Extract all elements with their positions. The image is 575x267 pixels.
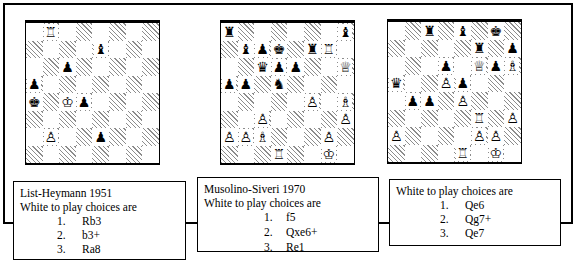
piece-white-pawn: ♙ xyxy=(389,128,403,144)
square-f6 xyxy=(304,58,321,76)
square-f2: ♙ xyxy=(471,127,488,145)
square-c6 xyxy=(421,57,438,75)
piece-black-pawn: ♟ xyxy=(60,59,74,75)
choice-item-1: 1.Rb3 xyxy=(20,214,179,228)
square-h4 xyxy=(142,93,159,111)
square-h2 xyxy=(504,127,521,145)
square-h1 xyxy=(504,145,521,163)
choice-item-2: 2.Qxe6+ xyxy=(204,225,372,240)
square-b6 xyxy=(238,58,255,76)
piece-black-pawn: ♟ xyxy=(439,58,453,74)
piece-black-pawn: ♟ xyxy=(255,41,269,57)
square-f1 xyxy=(304,146,321,164)
square-e8: ♝ xyxy=(454,22,471,40)
square-g1 xyxy=(126,146,143,164)
square-c2 xyxy=(59,128,76,146)
square-f4 xyxy=(109,93,126,111)
square-a3 xyxy=(26,111,43,129)
square-a3 xyxy=(221,111,238,129)
square-c1 xyxy=(59,146,76,164)
choice-move: Qxe6+ xyxy=(286,225,317,240)
square-b5 xyxy=(405,75,422,93)
piece-white-rook: ♖ xyxy=(44,24,58,40)
piece-black-pawn: ♟ xyxy=(505,40,519,56)
square-g3 xyxy=(488,110,505,128)
square-b7: ♝ xyxy=(238,41,255,59)
square-b4 xyxy=(238,93,255,111)
piece-white-rook: ♖ xyxy=(322,41,336,57)
piece-white-rook: ♖ xyxy=(456,145,470,161)
piece-black-pawn: ♟ xyxy=(272,59,286,75)
square-e3 xyxy=(454,110,471,128)
square-c7: ♟ xyxy=(254,41,271,59)
square-b2 xyxy=(405,127,422,145)
square-f8 xyxy=(471,22,488,40)
square-b1 xyxy=(238,146,255,164)
square-d7 xyxy=(76,41,93,59)
square-c6: ♟ xyxy=(59,58,76,76)
square-f3: ♖ xyxy=(471,110,488,128)
square-b5: ♟ xyxy=(238,76,255,94)
square-d5: ♙ xyxy=(438,75,455,93)
piece-white-rook: ♖ xyxy=(472,110,486,126)
square-g4 xyxy=(126,93,143,111)
square-g6 xyxy=(321,58,338,76)
square-e6 xyxy=(454,57,471,75)
square-a2 xyxy=(26,128,43,146)
prompt-3: White to play choices are xyxy=(396,184,554,198)
square-f2 xyxy=(304,128,321,146)
square-h7 xyxy=(142,41,159,59)
piece-white-pawn: ♙ xyxy=(255,111,269,127)
piece-black-rook: ♜ xyxy=(422,23,436,39)
choice-item-3: 3.Qe7 xyxy=(396,226,554,240)
square-b8: ♖ xyxy=(43,23,60,41)
square-b8 xyxy=(405,22,422,40)
choice-number: 3. xyxy=(264,240,286,255)
choice-move: Qe6 xyxy=(465,198,484,212)
square-d4: ♟ xyxy=(76,93,93,111)
square-a4 xyxy=(388,92,405,110)
square-h1 xyxy=(337,146,354,164)
square-c4 xyxy=(254,93,271,111)
caption-box-3: White to play choices are 1.Qe62.Qg7+3.Q… xyxy=(389,179,561,246)
square-g1: ♔ xyxy=(321,146,338,164)
square-e8 xyxy=(92,23,109,41)
piece-black-queen: ♛ xyxy=(389,75,403,91)
square-a1 xyxy=(388,145,405,163)
choice-number: 1. xyxy=(57,214,82,228)
square-h5 xyxy=(337,76,354,94)
piece-black-king: ♚ xyxy=(27,94,41,110)
square-g3 xyxy=(126,111,143,129)
square-a7 xyxy=(221,41,238,59)
square-h6: ♗ xyxy=(504,57,521,75)
square-d8 xyxy=(271,23,288,41)
choice-number: 3. xyxy=(440,226,465,240)
piece-black-queen: ♛ xyxy=(255,59,269,75)
square-b3 xyxy=(405,110,422,128)
prompt-2: White to play choices are xyxy=(204,196,372,210)
square-f7: ♜ xyxy=(304,41,321,59)
square-a7 xyxy=(388,40,405,58)
square-c2: ♗ xyxy=(254,128,271,146)
square-h5 xyxy=(504,75,521,93)
piece-black-bishop: ♝ xyxy=(338,24,352,40)
piece-black-bishop: ♝ xyxy=(456,23,470,39)
choice-item-3: 3.Re1 xyxy=(204,240,372,255)
piece-white-bishop: ♗ xyxy=(255,129,269,145)
choice-item-1: 1.Qe6 xyxy=(396,198,554,212)
square-b7 xyxy=(405,40,422,58)
square-f5 xyxy=(304,76,321,94)
square-c3: ♙ xyxy=(254,111,271,129)
square-f3 xyxy=(109,111,126,129)
piece-white-pawn: ♙ xyxy=(222,129,236,145)
square-g1: ♔ xyxy=(488,145,505,163)
square-e5 xyxy=(92,76,109,94)
square-a2: ♙ xyxy=(221,128,238,146)
square-b4 xyxy=(43,93,60,111)
square-b6 xyxy=(43,58,60,76)
square-a5: ♛ xyxy=(388,75,405,93)
choice-item-2: 2.b3+ xyxy=(20,228,179,242)
square-d3 xyxy=(438,110,455,128)
chess-board-3: ♜♝♚♜♟♟♕♟♗♛♙♟♟♟♙♖♙♙♙♙♖♔ xyxy=(387,19,522,164)
square-e3 xyxy=(92,111,109,129)
square-a8 xyxy=(26,23,43,41)
square-h8 xyxy=(142,23,159,41)
square-c1 xyxy=(421,145,438,163)
caption-box-2: Musolino-Siveri 1970 White to play choic… xyxy=(197,177,379,252)
choice-number: 2. xyxy=(264,225,286,240)
choice-move: b3+ xyxy=(82,228,100,242)
worksheet-page: ♖♝♟♟♚♔♟♙♟ ♜♝♝♟♚♜♖♛♟♟♕♟♟♞♙♗♙♙♙♙♗♙♖♔ ♜♝♚♜♟… xyxy=(0,0,575,267)
square-e7: ♝ xyxy=(92,41,109,59)
chess-board-1: ♖♝♟♟♚♔♟♙♟ xyxy=(25,20,160,165)
square-h6 xyxy=(142,58,159,76)
square-g7 xyxy=(126,41,143,59)
piece-black-pawn: ♟ xyxy=(94,129,108,145)
square-h2 xyxy=(142,128,159,146)
square-d6 xyxy=(76,58,93,76)
square-e5: ♟ xyxy=(454,75,471,93)
piece-white-pawn: ♙ xyxy=(472,128,486,144)
square-c8 xyxy=(59,23,76,41)
square-a5: ♟ xyxy=(221,76,238,94)
square-h8 xyxy=(504,22,521,40)
square-f7 xyxy=(109,41,126,59)
square-f2 xyxy=(109,128,126,146)
choice-move: Ra8 xyxy=(82,242,101,256)
square-c4: ♔ xyxy=(59,93,76,111)
chess-board-2-grid: ♜♝♝♟♚♜♖♛♟♟♕♟♟♞♙♗♙♙♙♙♗♙♖♔ xyxy=(221,23,354,163)
square-e7 xyxy=(454,40,471,58)
piece-black-rook: ♜ xyxy=(305,41,319,57)
square-a4: ♚ xyxy=(26,93,43,111)
choice-number: 2. xyxy=(57,228,82,242)
game-title-1: List-Heymann 1951 xyxy=(20,186,179,200)
square-a8 xyxy=(388,22,405,40)
square-d2 xyxy=(438,127,455,145)
square-g2: ♙ xyxy=(488,127,505,145)
square-e8 xyxy=(287,23,304,41)
piece-white-queen: ♕ xyxy=(472,58,486,74)
piece-black-bishop: ♝ xyxy=(239,41,253,57)
square-g3 xyxy=(321,111,338,129)
square-h4 xyxy=(504,92,521,110)
piece-white-pawn: ♙ xyxy=(489,128,503,144)
prompt-1: White to play choices are xyxy=(20,200,179,214)
game-title-2: Musolino-Siveri 1970 xyxy=(204,182,372,196)
square-h2 xyxy=(337,128,354,146)
square-d7: ♚ xyxy=(271,41,288,59)
piece-white-pawn: ♙ xyxy=(44,129,58,145)
piece-black-king: ♚ xyxy=(272,41,286,57)
square-a8: ♜ xyxy=(221,23,238,41)
square-g8: ♚ xyxy=(488,22,505,40)
square-h7: ♟ xyxy=(504,40,521,58)
square-b6 xyxy=(405,57,422,75)
square-e6: ♟ xyxy=(287,58,304,76)
choices-list-1: 1.Rb32.b3+3.Ra8 xyxy=(20,214,179,256)
square-b1 xyxy=(405,145,422,163)
piece-black-king: ♚ xyxy=(489,23,503,39)
square-g6: ♟ xyxy=(488,57,505,75)
square-c8: ♜ xyxy=(421,22,438,40)
square-e4: ♙ xyxy=(454,92,471,110)
square-h3: ♙ xyxy=(337,111,354,129)
piece-black-pawn: ♟ xyxy=(489,58,503,74)
square-g2 xyxy=(126,128,143,146)
piece-black-pawn: ♟ xyxy=(406,93,420,109)
square-a5: ♟ xyxy=(26,76,43,94)
square-d5: ♞ xyxy=(271,76,288,94)
choice-item-1: 1.f5 xyxy=(204,210,372,225)
square-c3 xyxy=(59,111,76,129)
piece-white-king: ♔ xyxy=(60,94,74,110)
square-c8 xyxy=(254,23,271,41)
choice-number: 1. xyxy=(440,198,465,212)
square-h8: ♝ xyxy=(337,23,354,41)
square-c1 xyxy=(254,146,271,164)
square-g7 xyxy=(488,40,505,58)
square-h3: ♙ xyxy=(504,110,521,128)
square-g7: ♖ xyxy=(321,41,338,59)
square-d1 xyxy=(76,146,93,164)
square-b2: ♙ xyxy=(238,128,255,146)
piece-white-pawn: ♙ xyxy=(338,111,352,127)
square-a1 xyxy=(26,146,43,164)
square-g5 xyxy=(321,76,338,94)
choices-list-3: 1.Qe62.Qg7+3.Qe7 xyxy=(396,198,554,240)
square-e1 xyxy=(287,146,304,164)
piece-black-rook: ♜ xyxy=(472,40,486,56)
choice-number: 1. xyxy=(264,210,286,225)
piece-white-king: ♔ xyxy=(489,145,503,161)
square-b3 xyxy=(43,111,60,129)
square-b8 xyxy=(238,23,255,41)
square-a3 xyxy=(388,110,405,128)
piece-white-pawn: ♙ xyxy=(322,129,336,145)
square-a6 xyxy=(221,58,238,76)
square-c7 xyxy=(59,41,76,59)
square-f8 xyxy=(304,23,321,41)
square-f5 xyxy=(109,76,126,94)
choice-number: 2. xyxy=(440,212,465,226)
square-f1 xyxy=(109,146,126,164)
square-d2 xyxy=(271,128,288,146)
square-e2: ♟ xyxy=(92,128,109,146)
piece-white-bishop: ♗ xyxy=(338,94,352,110)
square-c5 xyxy=(59,76,76,94)
square-a6 xyxy=(388,57,405,75)
square-g4 xyxy=(321,93,338,111)
square-f8 xyxy=(109,23,126,41)
piece-white-pawn: ♙ xyxy=(239,129,253,145)
choice-move: Re1 xyxy=(286,240,305,255)
square-d6: ♟ xyxy=(271,58,288,76)
square-c6: ♛ xyxy=(254,58,271,76)
square-g4 xyxy=(488,92,505,110)
square-d1: ♖ xyxy=(271,146,288,164)
choice-move: f5 xyxy=(286,210,296,225)
square-e4 xyxy=(287,93,304,111)
square-e2 xyxy=(287,128,304,146)
square-g5 xyxy=(126,76,143,94)
square-c3 xyxy=(421,110,438,128)
square-a7 xyxy=(26,41,43,59)
piece-black-pawn: ♟ xyxy=(27,76,41,92)
choice-item-2: 2.Qg7+ xyxy=(396,212,554,226)
square-e7 xyxy=(287,41,304,59)
piece-black-pawn: ♟ xyxy=(456,75,470,91)
piece-white-pawn: ♙ xyxy=(505,110,519,126)
piece-white-queen: ♕ xyxy=(338,59,352,75)
square-g8 xyxy=(321,23,338,41)
square-d4 xyxy=(271,93,288,111)
square-h6: ♕ xyxy=(337,58,354,76)
piece-white-pawn: ♙ xyxy=(305,94,319,110)
square-c5 xyxy=(254,76,271,94)
square-c5 xyxy=(421,75,438,93)
choice-move: Rb3 xyxy=(82,214,101,228)
square-f6: ♕ xyxy=(471,57,488,75)
choices-list-2: 1.f52.Qxe6+3.Re1 xyxy=(204,210,372,255)
square-d6: ♟ xyxy=(438,57,455,75)
caption-box-1: List-Heymann 1951 White to play choices … xyxy=(13,181,186,260)
square-g5 xyxy=(488,75,505,93)
square-f6 xyxy=(109,58,126,76)
square-d4 xyxy=(438,92,455,110)
piece-white-rook: ♖ xyxy=(272,146,286,162)
chess-board-2: ♜♝♝♟♚♜♖♛♟♟♕♟♟♞♙♗♙♙♙♙♗♙♖♔ xyxy=(220,20,355,165)
square-d3 xyxy=(271,111,288,129)
piece-black-bishop: ♝ xyxy=(94,41,108,57)
square-f3 xyxy=(304,111,321,129)
square-e4 xyxy=(92,93,109,111)
piece-white-king: ♔ xyxy=(322,146,336,162)
square-e1: ♖ xyxy=(454,145,471,163)
square-e5 xyxy=(287,76,304,94)
square-h7 xyxy=(337,41,354,59)
square-d8 xyxy=(76,23,93,41)
chess-board-1-grid: ♖♝♟♟♚♔♟♙♟ xyxy=(26,23,159,163)
square-d7 xyxy=(438,40,455,58)
square-d5 xyxy=(76,76,93,94)
choice-number: 3. xyxy=(57,242,82,256)
choice-item-3: 3.Ra8 xyxy=(20,242,179,256)
square-d8 xyxy=(438,22,455,40)
square-f7: ♜ xyxy=(471,40,488,58)
square-a1 xyxy=(221,146,238,164)
piece-white-pawn: ♙ xyxy=(439,75,453,91)
square-b7 xyxy=(43,41,60,59)
piece-black-pawn: ♟ xyxy=(77,94,91,110)
square-e2 xyxy=(454,127,471,145)
square-d2 xyxy=(76,128,93,146)
square-h3 xyxy=(142,111,159,129)
piece-black-pawn: ♟ xyxy=(289,59,303,75)
square-b1 xyxy=(43,146,60,164)
square-f5 xyxy=(471,75,488,93)
piece-white-pawn: ♙ xyxy=(456,93,470,109)
square-a2: ♙ xyxy=(388,127,405,145)
square-c4: ♟ xyxy=(421,92,438,110)
square-f4 xyxy=(471,92,488,110)
square-d1 xyxy=(438,145,455,163)
square-g2: ♙ xyxy=(321,128,338,146)
square-b4: ♟ xyxy=(405,92,422,110)
square-f4: ♙ xyxy=(304,93,321,111)
choice-move: Qg7+ xyxy=(465,212,491,226)
square-a6 xyxy=(26,58,43,76)
square-g8 xyxy=(126,23,143,41)
square-h4: ♗ xyxy=(337,93,354,111)
choice-move: Qe7 xyxy=(465,226,484,240)
piece-black-pawn: ♟ xyxy=(222,76,236,92)
piece-black-rook: ♜ xyxy=(222,24,236,40)
square-c2 xyxy=(421,127,438,145)
square-e6 xyxy=(92,58,109,76)
piece-black-knight: ♞ xyxy=(272,76,286,92)
square-b2: ♙ xyxy=(43,128,60,146)
square-f1 xyxy=(471,145,488,163)
square-h5 xyxy=(142,76,159,94)
square-b5 xyxy=(43,76,60,94)
piece-black-pawn: ♟ xyxy=(422,93,436,109)
square-e3 xyxy=(287,111,304,129)
square-g6 xyxy=(126,58,143,76)
square-h1 xyxy=(142,146,159,164)
piece-black-pawn: ♟ xyxy=(239,76,253,92)
square-a4 xyxy=(221,93,238,111)
chess-board-3-grid: ♜♝♚♜♟♟♕♟♗♛♙♟♟♟♙♖♙♙♙♙♖♔ xyxy=(388,22,521,162)
square-d3 xyxy=(76,111,93,129)
square-c7 xyxy=(421,40,438,58)
piece-white-bishop: ♗ xyxy=(505,58,519,74)
square-e1 xyxy=(92,146,109,164)
square-b3 xyxy=(238,111,255,129)
